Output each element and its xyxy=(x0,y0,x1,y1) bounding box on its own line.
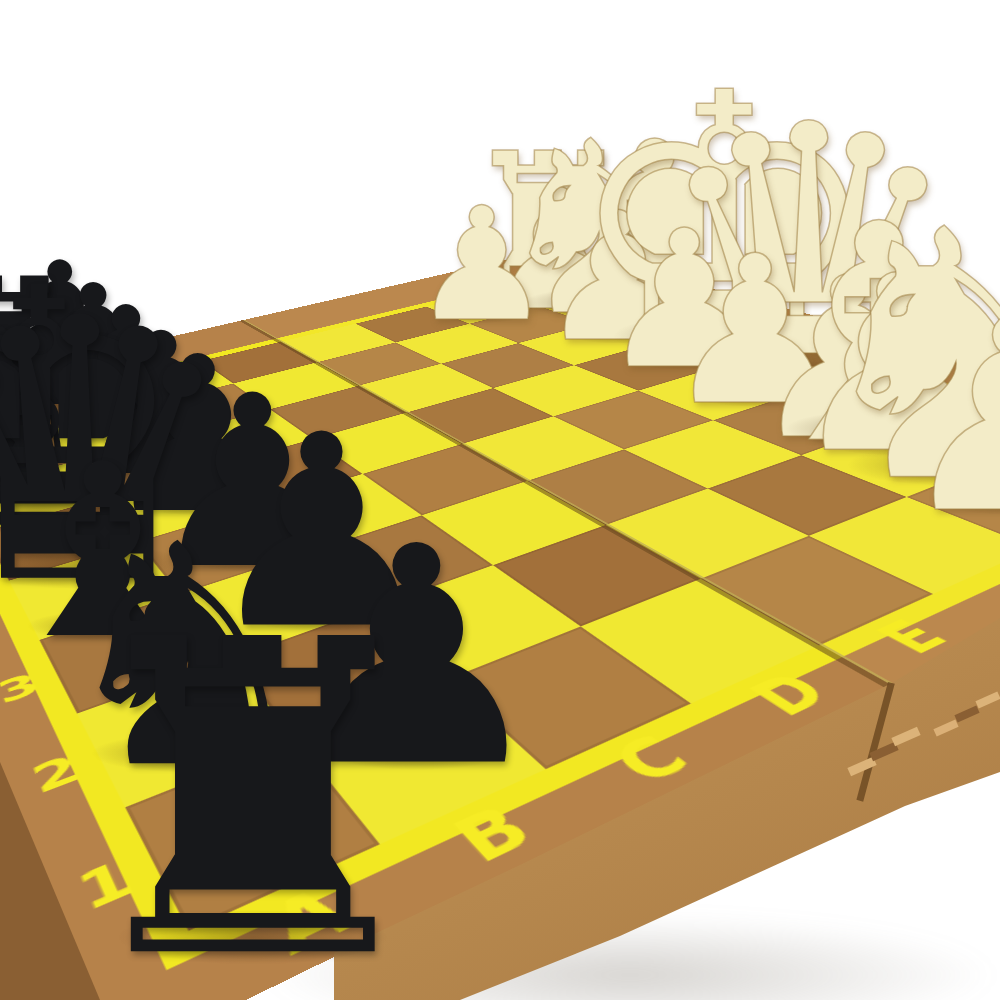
chess-photo-scene: ABCDE123 ♜♞♝♛♚♝♞♜♟♟♟♟♟♟♟♟♟♟♟♟♟♟♟♟♜♞♝♛♚♝♞… xyxy=(0,0,1000,1000)
piece-white-pawn-g8: ♟ xyxy=(412,188,553,345)
piece-white-pawn-g1: ♟ xyxy=(894,282,1000,549)
piece-black-rook-a1: ♜ xyxy=(59,585,447,1000)
